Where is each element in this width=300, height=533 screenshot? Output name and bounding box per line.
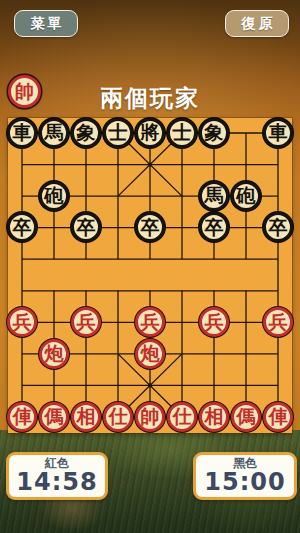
board-cell[interactable]: 士 [166,117,198,149]
board-cell[interactable] [134,275,166,307]
piece-black-chariot[interactable]: 車 [263,118,293,148]
board-cell[interactable] [102,212,134,244]
piece-red-chariot[interactable]: 俥 [263,402,293,432]
board-cell[interactable]: 傌 [230,401,262,433]
board-cell[interactable] [6,275,38,307]
board-cell[interactable] [230,369,262,401]
piece-black-advisor[interactable]: 士 [103,118,133,148]
board-cell[interactable] [198,338,230,370]
board-cell[interactable] [134,180,166,212]
board-cell[interactable]: 砲 [230,180,262,212]
piece-red-chariot[interactable]: 俥 [7,402,37,432]
board-cell[interactable] [6,369,38,401]
board-cell[interactable]: 兵 [198,306,230,338]
piece-red-soldier[interactable]: 兵 [263,307,293,337]
piece-red-cannon[interactable]: 炮 [39,339,69,369]
board-cell[interactable]: 帥 [134,401,166,433]
board-cell[interactable] [38,212,70,244]
board-cell[interactable]: 俥 [262,401,294,433]
black-timer-value: 15:00 [204,470,285,495]
board-cell[interactable] [166,212,198,244]
board-cell[interactable] [262,369,294,401]
board-cell[interactable] [70,149,102,181]
board-cell[interactable] [38,306,70,338]
piece-red-advisor[interactable]: 仕 [103,402,133,432]
piece-black-horse[interactable]: 馬 [39,118,69,148]
board-cell[interactable]: 將 [134,117,166,149]
board-grid: 車馬象士將士象車砲馬砲卒卒卒卒卒兵兵兵兵兵炮炮俥傌相仕帥仕相傌俥 [6,117,294,433]
board-cell[interactable] [38,149,70,181]
board-cell[interactable]: 馬 [38,117,70,149]
board-cell[interactable]: 仕 [166,401,198,433]
board-cell[interactable] [102,149,134,181]
board-cell[interactable] [102,369,134,401]
piece-red-soldier[interactable]: 兵 [7,307,37,337]
turn-indicator-red-general: 帥 [8,75,41,108]
board-cell[interactable]: 車 [262,117,294,149]
black-timer-panel: 黑色 15:00 [193,452,297,500]
board-cell[interactable]: 砲 [38,180,70,212]
board-cell[interactable] [230,275,262,307]
board-cell[interactable] [166,243,198,275]
piece-black-horse[interactable]: 馬 [199,181,229,211]
board-cell[interactable] [134,149,166,181]
board-cell[interactable] [230,243,262,275]
piece-black-soldier[interactable]: 卒 [263,212,293,242]
red-timer-panel: 紅色 14:58 [6,452,108,500]
board-cell[interactable] [6,180,38,212]
piece-black-elephant[interactable]: 象 [199,118,229,148]
piece-red-horse[interactable]: 傌 [231,402,261,432]
board-cell[interactable] [262,338,294,370]
board-cell[interactable] [166,275,198,307]
piece-red-general[interactable]: 帥 [135,402,165,432]
menu-button[interactable]: 菜單 [14,10,78,37]
board-cell[interactable] [166,306,198,338]
board-cell[interactable]: 傌 [38,401,70,433]
piece-black-cannon[interactable]: 砲 [39,181,69,211]
piece-black-soldier[interactable]: 卒 [135,212,165,242]
board-cell[interactable] [134,369,166,401]
red-timer-value: 14:58 [16,470,97,495]
board-cell[interactable] [262,275,294,307]
board-cell[interactable] [70,243,102,275]
board-cell[interactable]: 象 [70,117,102,149]
board-cell[interactable] [38,243,70,275]
piece-black-general[interactable]: 將 [135,118,165,148]
board-cell[interactable] [6,338,38,370]
board-cell[interactable] [230,338,262,370]
xiangqi-board[interactable]: 車馬象士將士象車砲馬砲卒卒卒卒卒兵兵兵兵兵炮炮俥傌相仕帥仕相傌俥 [8,118,292,433]
board-cell[interactable]: 兵 [262,306,294,338]
piece-black-advisor[interactable]: 士 [167,118,197,148]
board-cell[interactable]: 俥 [6,401,38,433]
board-cell[interactable]: 馬 [198,180,230,212]
board-cell[interactable] [6,149,38,181]
piece-red-soldier[interactable]: 兵 [71,307,101,337]
board-cell[interactable] [262,149,294,181]
board-cell[interactable]: 兵 [70,306,102,338]
piece-red-soldier[interactable]: 兵 [135,307,165,337]
piece-red-advisor[interactable]: 仕 [167,402,197,432]
board-cell[interactable] [70,275,102,307]
page-title: 兩個玩家 [0,83,300,114]
board-cell[interactable] [102,306,134,338]
board-cell[interactable]: 相 [70,401,102,433]
board-cell[interactable] [70,369,102,401]
board-cell[interactable] [166,338,198,370]
piece-red-elephant[interactable]: 相 [71,402,101,432]
board-cell[interactable] [230,212,262,244]
board-cell[interactable]: 兵 [6,306,38,338]
board-cell[interactable]: 象 [198,117,230,149]
board-cell[interactable] [230,149,262,181]
board-cell[interactable] [230,306,262,338]
board-cell[interactable]: 卒 [6,212,38,244]
piece-black-soldier[interactable]: 卒 [7,212,37,242]
board-cell[interactable]: 炮 [134,338,166,370]
board-cell[interactable] [102,338,134,370]
board-cell[interactable]: 卒 [262,212,294,244]
piece-black-soldier[interactable]: 卒 [71,212,101,242]
board-cell[interactable] [102,243,134,275]
board-cell[interactable]: 卒 [198,212,230,244]
board-cell[interactable] [262,180,294,212]
board-cell[interactable] [70,180,102,212]
undo-button[interactable]: 復原 [225,10,289,37]
board-cell[interactable] [38,369,70,401]
board-cell[interactable] [166,369,198,401]
piece-black-chariot[interactable]: 車 [7,118,37,148]
board-cell[interactable] [262,243,294,275]
board-cell[interactable] [134,243,166,275]
board-cell[interactable]: 兵 [134,306,166,338]
board-cell[interactable] [166,180,198,212]
board-cell[interactable]: 卒 [134,212,166,244]
board-cell[interactable] [198,149,230,181]
piece-black-cannon[interactable]: 砲 [231,181,261,211]
piece-red-horse[interactable]: 傌 [39,402,69,432]
piece-red-elephant[interactable]: 相 [199,402,229,432]
piece-red-cannon[interactable]: 炮 [135,339,165,369]
board-cell[interactable] [198,369,230,401]
board-cell[interactable]: 士 [102,117,134,149]
board-cell[interactable]: 卒 [70,212,102,244]
piece-black-elephant[interactable]: 象 [71,118,101,148]
board-cell[interactable] [102,275,134,307]
board-cell[interactable] [70,338,102,370]
board-cell[interactable] [230,117,262,149]
board-cell[interactable]: 仕 [102,401,134,433]
piece-black-soldier[interactable]: 卒 [199,212,229,242]
board-cell[interactable]: 炮 [38,338,70,370]
board-cell[interactable] [198,275,230,307]
board-cell[interactable]: 車 [6,117,38,149]
board-cell[interactable] [198,243,230,275]
board-cell[interactable] [38,275,70,307]
app-screen: 菜單 復原 帥 兩個玩家 車馬象士將士象車砲馬砲卒卒卒卒卒兵兵兵兵兵炮炮俥傌相仕… [0,0,300,533]
piece-red-soldier[interactable]: 兵 [199,307,229,337]
board-cell[interactable] [102,180,134,212]
board-cell[interactable] [6,243,38,275]
board-cell[interactable] [166,149,198,181]
board-cell[interactable]: 相 [198,401,230,433]
